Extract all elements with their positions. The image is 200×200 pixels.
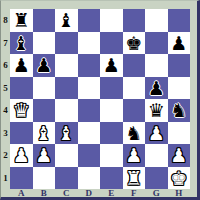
square-f8[interactable] bbox=[123, 9, 146, 32]
square-d3[interactable] bbox=[78, 122, 101, 145]
square-b7[interactable] bbox=[33, 32, 56, 55]
black-king-f7: ♚ bbox=[125, 32, 142, 55]
square-d2[interactable] bbox=[78, 144, 101, 167]
file-label-b: B bbox=[33, 189, 56, 198]
square-g2[interactable] bbox=[145, 144, 168, 167]
rank-label-2: 2 bbox=[1, 144, 10, 167]
file-labels: ABCDEFGH bbox=[10, 189, 190, 198]
file-label-h: H bbox=[168, 189, 191, 198]
square-f7[interactable]: ♚ bbox=[123, 32, 146, 55]
square-b1[interactable] bbox=[33, 167, 56, 190]
square-b3[interactable]: ♝ bbox=[33, 122, 56, 145]
square-f5[interactable] bbox=[123, 77, 146, 100]
black-pawn-g5: ♟ bbox=[148, 77, 165, 100]
square-e8[interactable] bbox=[100, 9, 123, 32]
white-pawn-a2: ♟ bbox=[13, 144, 30, 167]
black-pawn-h7: ♟ bbox=[170, 32, 187, 55]
square-h3[interactable] bbox=[168, 122, 191, 145]
rank-label-8: 8 bbox=[1, 9, 10, 32]
chess-board: ♜♝♝♚♟♟♟♟♟♛♛♞♝♝♞♟♟♟♟♟♜♚ bbox=[10, 9, 190, 189]
square-a8[interactable]: ♜ bbox=[10, 9, 33, 32]
square-g6[interactable] bbox=[145, 54, 168, 77]
black-knight-h4: ♞ bbox=[170, 99, 187, 122]
square-c8[interactable]: ♝ bbox=[55, 9, 78, 32]
square-g7[interactable] bbox=[145, 32, 168, 55]
white-queen-a4: ♛ bbox=[13, 99, 30, 122]
square-a7[interactable]: ♝ bbox=[10, 32, 33, 55]
square-g4[interactable]: ♛ bbox=[145, 99, 168, 122]
rank-label-7: 7 bbox=[1, 32, 10, 55]
file-label-a: A bbox=[10, 189, 33, 198]
square-d5[interactable] bbox=[78, 77, 101, 100]
rank-label-6: 6 bbox=[1, 54, 10, 77]
black-knight-f3: ♞ bbox=[125, 122, 142, 145]
black-rook-a8: ♜ bbox=[13, 9, 30, 32]
file-label-g: G bbox=[145, 189, 168, 198]
square-d4[interactable] bbox=[78, 99, 101, 122]
square-h6[interactable] bbox=[168, 54, 191, 77]
square-f4[interactable] bbox=[123, 99, 146, 122]
square-b6[interactable]: ♟ bbox=[33, 54, 56, 77]
square-a1[interactable] bbox=[10, 167, 33, 190]
square-h1[interactable]: ♚ bbox=[168, 167, 191, 190]
file-label-d: D bbox=[78, 189, 101, 198]
square-h8[interactable] bbox=[168, 9, 191, 32]
square-d7[interactable] bbox=[78, 32, 101, 55]
square-g3[interactable]: ♟ bbox=[145, 122, 168, 145]
square-c5[interactable] bbox=[55, 77, 78, 100]
square-c4[interactable] bbox=[55, 99, 78, 122]
square-a4[interactable]: ♛ bbox=[10, 99, 33, 122]
white-pawn-h2: ♟ bbox=[170, 144, 187, 167]
square-b8[interactable] bbox=[33, 9, 56, 32]
square-h4[interactable]: ♞ bbox=[168, 99, 191, 122]
white-pawn-g3: ♟ bbox=[148, 122, 165, 145]
white-bishop-b3: ♝ bbox=[35, 122, 52, 145]
square-a5[interactable] bbox=[10, 77, 33, 100]
square-d8[interactable] bbox=[78, 9, 101, 32]
white-king-h1: ♚ bbox=[170, 167, 187, 190]
rank-labels: 87654321 bbox=[1, 9, 10, 189]
black-queen-g4: ♛ bbox=[148, 99, 165, 122]
square-f2[interactable]: ♟ bbox=[123, 144, 146, 167]
square-a6[interactable]: ♟ bbox=[10, 54, 33, 77]
file-label-e: E bbox=[100, 189, 123, 198]
chess-diagram-frame: 87654321 ♜♝♝♚♟♟♟♟♟♛♛♞♝♝♞♟♟♟♟♟♜♚ ABCDEFGH bbox=[0, 0, 200, 200]
file-label-c: C bbox=[55, 189, 78, 198]
square-a2[interactable]: ♟ bbox=[10, 144, 33, 167]
square-e4[interactable] bbox=[100, 99, 123, 122]
white-bishop-c3: ♝ bbox=[58, 122, 75, 145]
square-e1[interactable] bbox=[100, 167, 123, 190]
square-f6[interactable] bbox=[123, 54, 146, 77]
square-g5[interactable]: ♟ bbox=[145, 77, 168, 100]
rank-label-3: 3 bbox=[1, 122, 10, 145]
rank-label-5: 5 bbox=[1, 77, 10, 100]
square-h2[interactable]: ♟ bbox=[168, 144, 191, 167]
square-d1[interactable] bbox=[78, 167, 101, 190]
square-e2[interactable] bbox=[100, 144, 123, 167]
square-h5[interactable] bbox=[168, 77, 191, 100]
square-e3[interactable] bbox=[100, 122, 123, 145]
white-rook-f1: ♜ bbox=[125, 167, 142, 190]
square-g8[interactable] bbox=[145, 9, 168, 32]
file-label-f: F bbox=[123, 189, 146, 198]
square-b5[interactable] bbox=[33, 77, 56, 100]
black-pawn-a6: ♟ bbox=[13, 54, 30, 77]
black-pawn-b6: ♟ bbox=[35, 54, 52, 77]
rank-label-1: 1 bbox=[1, 167, 10, 190]
square-g1[interactable] bbox=[145, 167, 168, 190]
square-e6[interactable]: ♟ bbox=[100, 54, 123, 77]
black-bishop-c8: ♝ bbox=[58, 9, 75, 32]
square-a3[interactable] bbox=[10, 122, 33, 145]
white-pawn-f2: ♟ bbox=[125, 144, 142, 167]
square-c7[interactable] bbox=[55, 32, 78, 55]
square-f3[interactable]: ♞ bbox=[123, 122, 146, 145]
square-d6[interactable] bbox=[78, 54, 101, 77]
square-c2[interactable] bbox=[55, 144, 78, 167]
square-h7[interactable]: ♟ bbox=[168, 32, 191, 55]
black-pawn-e6: ♟ bbox=[103, 54, 120, 77]
white-pawn-b2: ♟ bbox=[35, 144, 52, 167]
square-c3[interactable]: ♝ bbox=[55, 122, 78, 145]
square-e5[interactable] bbox=[100, 77, 123, 100]
square-b2[interactable]: ♟ bbox=[33, 144, 56, 167]
square-c1[interactable] bbox=[55, 167, 78, 190]
black-bishop-a7: ♝ bbox=[13, 32, 30, 55]
square-b4[interactable] bbox=[33, 99, 56, 122]
rank-label-4: 4 bbox=[1, 99, 10, 122]
square-c6[interactable] bbox=[55, 54, 78, 77]
square-e7[interactable] bbox=[100, 32, 123, 55]
square-f1[interactable]: ♜ bbox=[123, 167, 146, 190]
